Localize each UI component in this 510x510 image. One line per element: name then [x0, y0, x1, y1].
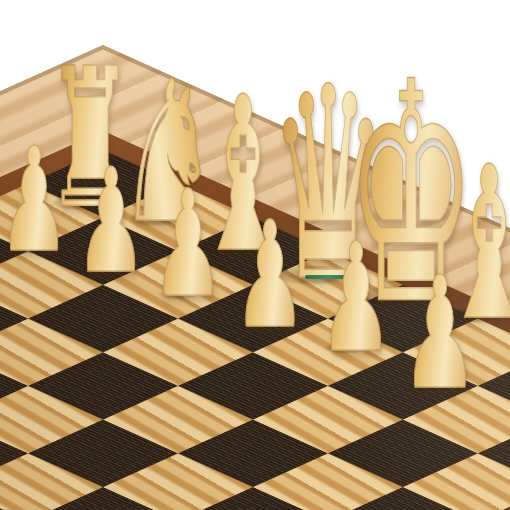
board-squares: [0, 150, 510, 510]
chess-board: [0, 45, 510, 510]
photo-scene: ♜♞♝♛♚♝♟♟♟♟♟♟: [0, 0, 510, 510]
board-trim: [0, 131, 510, 510]
